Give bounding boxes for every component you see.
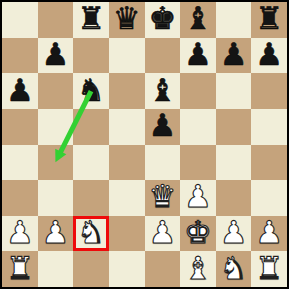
piece-white-knight[interactable]: ♞ <box>77 217 105 248</box>
piece-white-pawn[interactable]: ♟ <box>220 217 248 248</box>
square-g6[interactable] <box>216 73 252 109</box>
square-c2-highlighted[interactable]: ♞ <box>73 216 109 252</box>
square-c3[interactable] <box>73 180 109 216</box>
square-h4[interactable] <box>251 145 287 181</box>
square-d2[interactable] <box>109 216 145 252</box>
square-c7[interactable] <box>73 38 109 74</box>
piece-white-rook[interactable]: ♜ <box>6 253 34 284</box>
square-h2[interactable]: ♟ <box>251 216 287 252</box>
piece-black-rook[interactable]: ♜ <box>255 3 283 34</box>
square-g5[interactable] <box>216 109 252 145</box>
square-e1[interactable] <box>145 251 181 287</box>
piece-black-pawn[interactable]: ♟ <box>220 39 248 70</box>
piece-black-knight[interactable]: ♞ <box>77 75 105 106</box>
piece-black-queen[interactable]: ♛ <box>113 3 141 34</box>
square-f1[interactable]: ♝ <box>180 251 216 287</box>
piece-black-pawn[interactable]: ♟ <box>255 39 283 70</box>
square-b6[interactable] <box>38 73 74 109</box>
piece-black-pawn[interactable]: ♟ <box>184 39 212 70</box>
square-g4[interactable] <box>216 145 252 181</box>
square-e5[interactable]: ♟ <box>145 109 181 145</box>
square-e8[interactable]: ♚ <box>145 2 181 38</box>
piece-white-queen[interactable]: ♛ <box>148 181 176 212</box>
square-h8[interactable]: ♜ <box>251 2 287 38</box>
square-c1[interactable] <box>73 251 109 287</box>
square-g8[interactable] <box>216 2 252 38</box>
piece-white-pawn[interactable]: ♟ <box>42 217 70 248</box>
square-d3[interactable] <box>109 180 145 216</box>
square-h7[interactable]: ♟ <box>251 38 287 74</box>
square-a8[interactable] <box>2 2 38 38</box>
chess-board-frame: ♜♛♚♝♜♟♟♟♟♟♞♝♟♛♟♟♟♞♟♚♟♟♜♝♞♜ <box>0 0 289 289</box>
square-f5[interactable] <box>180 109 216 145</box>
piece-white-king[interactable]: ♚ <box>184 217 212 248</box>
square-f6[interactable] <box>180 73 216 109</box>
piece-white-pawn[interactable]: ♟ <box>148 217 176 248</box>
square-d4[interactable] <box>109 145 145 181</box>
square-e6[interactable]: ♝ <box>145 73 181 109</box>
piece-white-knight[interactable]: ♞ <box>220 253 248 284</box>
square-a5[interactable] <box>2 109 38 145</box>
piece-black-pawn[interactable]: ♟ <box>148 110 176 141</box>
square-f3[interactable]: ♟ <box>180 180 216 216</box>
square-c5[interactable] <box>73 109 109 145</box>
piece-white-bishop[interactable]: ♝ <box>184 253 212 284</box>
piece-white-pawn[interactable]: ♟ <box>6 217 34 248</box>
square-f4[interactable] <box>180 145 216 181</box>
piece-black-rook[interactable]: ♜ <box>77 3 105 34</box>
square-a2[interactable]: ♟ <box>2 216 38 252</box>
square-b7[interactable]: ♟ <box>38 38 74 74</box>
square-d5[interactable] <box>109 109 145 145</box>
square-g7[interactable]: ♟ <box>216 38 252 74</box>
square-e7[interactable] <box>145 38 181 74</box>
square-d8[interactable]: ♛ <box>109 2 145 38</box>
square-h3[interactable] <box>251 180 287 216</box>
square-b4[interactable] <box>38 145 74 181</box>
square-c4[interactable] <box>73 145 109 181</box>
square-d6[interactable] <box>109 73 145 109</box>
square-g3[interactable] <box>216 180 252 216</box>
square-d7[interactable] <box>109 38 145 74</box>
piece-black-pawn[interactable]: ♟ <box>6 75 34 106</box>
square-f2[interactable]: ♚ <box>180 216 216 252</box>
square-a4[interactable] <box>2 145 38 181</box>
square-e3[interactable]: ♛ <box>145 180 181 216</box>
piece-white-pawn[interactable]: ♟ <box>255 217 283 248</box>
piece-white-pawn[interactable]: ♟ <box>184 181 212 212</box>
square-a3[interactable] <box>2 180 38 216</box>
square-b2[interactable]: ♟ <box>38 216 74 252</box>
square-b5[interactable] <box>38 109 74 145</box>
square-c6[interactable]: ♞ <box>73 73 109 109</box>
square-g1[interactable]: ♞ <box>216 251 252 287</box>
piece-black-bishop[interactable]: ♝ <box>148 75 176 106</box>
square-h1[interactable]: ♜ <box>251 251 287 287</box>
square-b3[interactable] <box>38 180 74 216</box>
square-b1[interactable] <box>38 251 74 287</box>
square-f8[interactable]: ♝ <box>180 2 216 38</box>
square-h6[interactable] <box>251 73 287 109</box>
square-a7[interactable] <box>2 38 38 74</box>
piece-white-rook[interactable]: ♜ <box>255 253 283 284</box>
square-c8[interactable]: ♜ <box>73 2 109 38</box>
square-a1[interactable]: ♜ <box>2 251 38 287</box>
square-g2[interactable]: ♟ <box>216 216 252 252</box>
piece-black-king[interactable]: ♚ <box>148 3 176 34</box>
square-b8[interactable] <box>38 2 74 38</box>
square-f7[interactable]: ♟ <box>180 38 216 74</box>
square-e4[interactable] <box>145 145 181 181</box>
piece-black-bishop[interactable]: ♝ <box>184 3 212 34</box>
square-a6[interactable]: ♟ <box>2 73 38 109</box>
piece-black-pawn[interactable]: ♟ <box>42 39 70 70</box>
square-d1[interactable] <box>109 251 145 287</box>
square-h5[interactable] <box>251 109 287 145</box>
square-e2[interactable]: ♟ <box>145 216 181 252</box>
chess-board: ♜♛♚♝♜♟♟♟♟♟♞♝♟♛♟♟♟♞♟♚♟♟♜♝♞♜ <box>2 2 287 287</box>
